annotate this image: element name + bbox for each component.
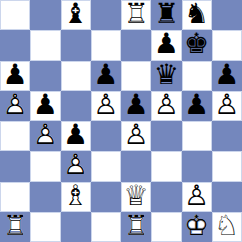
piece-black-pawn[interactable]: ♟ xyxy=(121,91,151,121)
piece-black-pawn[interactable]: ♟ xyxy=(0,61,30,91)
piece-white-rook[interactable]: ♜♖ xyxy=(121,0,151,30)
piece-white-pawn[interactable]: ♟♙ xyxy=(91,91,121,121)
piece-glyph-solid: ♛ xyxy=(154,61,179,89)
piece-white-pawn[interactable]: ♟♙ xyxy=(61,151,91,181)
square-h8[interactable] xyxy=(212,0,242,30)
piece-glyph-outline: ♙ xyxy=(33,122,58,150)
piece-black-pawn[interactable]: ♟ xyxy=(30,91,60,121)
square-c7[interactable] xyxy=(61,30,91,60)
piece-glyph-outline: ♙ xyxy=(124,122,149,150)
piece-white-pawn[interactable]: ♟♙ xyxy=(151,91,181,121)
square-g6[interactable] xyxy=(182,61,212,91)
piece-glyph-outline: ♙ xyxy=(63,152,88,180)
piece-white-knight[interactable]: ♞♘ xyxy=(212,212,242,242)
piece-glyph-outline: ♖ xyxy=(124,1,149,29)
piece-glyph-solid: ♝ xyxy=(63,1,88,29)
chess-board: ♝♜♖♜♞♟♚♟♟♛♟♟♙♟♟♙♟♟♙♟♟♙♟♙♟♟♙♟♙♝♗♛♕♟♙♜♖♜♖♚… xyxy=(0,0,242,242)
square-h2[interactable] xyxy=(212,182,242,212)
square-e7[interactable] xyxy=(121,30,151,60)
square-c1[interactable] xyxy=(61,212,91,242)
piece-glyph-solid: ♟ xyxy=(214,61,239,89)
piece-glyph-outline: ♖ xyxy=(3,212,28,240)
square-c5[interactable] xyxy=(61,91,91,121)
square-a3[interactable] xyxy=(0,151,30,181)
piece-glyph-outline: ♖ xyxy=(124,212,149,240)
piece-white-pawn[interactable]: ♟♙ xyxy=(182,182,212,212)
square-c6[interactable] xyxy=(61,61,91,91)
square-b3[interactable] xyxy=(30,151,60,181)
square-h3[interactable] xyxy=(212,151,242,181)
square-d5[interactable]: ♟♙ xyxy=(91,91,121,121)
piece-white-rook[interactable]: ♜♖ xyxy=(121,212,151,242)
piece-white-pawn[interactable]: ♟♙ xyxy=(30,121,60,151)
piece-white-bishop[interactable]: ♝♗ xyxy=(61,182,91,212)
piece-white-pawn[interactable]: ♟♙ xyxy=(0,91,30,121)
square-a5[interactable]: ♟♙ xyxy=(0,91,30,121)
piece-glyph-solid: ♚ xyxy=(184,31,209,59)
piece-glyph-outline: ♗ xyxy=(63,182,88,210)
piece-white-pawn[interactable]: ♟♙ xyxy=(212,91,242,121)
square-d2[interactable] xyxy=(91,182,121,212)
square-d7[interactable] xyxy=(91,30,121,60)
piece-glyph-outline: ♕ xyxy=(124,182,149,210)
square-b8[interactable] xyxy=(30,0,60,30)
square-e3[interactable] xyxy=(121,151,151,181)
square-e5[interactable]: ♟ xyxy=(121,91,151,121)
piece-glyph-solid: ♟ xyxy=(154,31,179,59)
square-f2[interactable] xyxy=(151,182,181,212)
square-f1[interactable] xyxy=(151,212,181,242)
square-g4[interactable] xyxy=(182,121,212,151)
piece-white-rook[interactable]: ♜♖ xyxy=(0,212,30,242)
piece-black-bishop[interactable]: ♝ xyxy=(61,0,91,30)
square-g7[interactable]: ♚ xyxy=(182,30,212,60)
square-c2[interactable]: ♝♗ xyxy=(61,182,91,212)
piece-black-pawn[interactable]: ♟ xyxy=(91,61,121,91)
square-f7[interactable]: ♟ xyxy=(151,30,181,60)
square-h6[interactable]: ♟ xyxy=(212,61,242,91)
square-g8[interactable]: ♞ xyxy=(182,0,212,30)
piece-white-king[interactable]: ♚♔ xyxy=(182,212,212,242)
square-e8[interactable]: ♜♖ xyxy=(121,0,151,30)
square-a2[interactable] xyxy=(0,182,30,212)
piece-black-pawn[interactable]: ♟ xyxy=(61,121,91,151)
square-f5[interactable]: ♟♙ xyxy=(151,91,181,121)
piece-glyph-outline: ♙ xyxy=(154,91,179,119)
square-f3[interactable] xyxy=(151,151,181,181)
square-h7[interactable] xyxy=(212,30,242,60)
square-f4[interactable] xyxy=(151,121,181,151)
square-d8[interactable] xyxy=(91,0,121,30)
square-g2[interactable]: ♟♙ xyxy=(182,182,212,212)
square-c8[interactable]: ♝ xyxy=(61,0,91,30)
piece-white-pawn[interactable]: ♟♙ xyxy=(121,121,151,151)
square-h1[interactable]: ♞♘ xyxy=(212,212,242,242)
piece-glyph-outline: ♙ xyxy=(184,182,209,210)
piece-glyph-solid: ♟ xyxy=(33,91,58,119)
square-g3[interactable] xyxy=(182,151,212,181)
square-d3[interactable] xyxy=(91,151,121,181)
square-e2[interactable]: ♛♕ xyxy=(121,182,151,212)
piece-glyph-solid: ♞ xyxy=(184,1,209,29)
square-h4[interactable] xyxy=(212,121,242,151)
piece-glyph-outline: ♔ xyxy=(184,212,209,240)
piece-black-pawn[interactable]: ♟ xyxy=(212,61,242,91)
square-d6[interactable]: ♟ xyxy=(91,61,121,91)
piece-glyph-solid: ♟ xyxy=(93,61,118,89)
piece-black-pawn[interactable]: ♟ xyxy=(151,30,181,60)
square-f6[interactable]: ♛ xyxy=(151,61,181,91)
piece-glyph-solid: ♟ xyxy=(3,61,28,89)
piece-glyph-outline: ♙ xyxy=(3,91,28,119)
square-b1[interactable] xyxy=(30,212,60,242)
square-g1[interactable]: ♚♔ xyxy=(182,212,212,242)
square-a6[interactable]: ♟ xyxy=(0,61,30,91)
square-a7[interactable] xyxy=(0,30,30,60)
square-e6[interactable] xyxy=(121,61,151,91)
piece-glyph-outline: ♙ xyxy=(93,91,118,119)
square-b7[interactable] xyxy=(30,30,60,60)
piece-black-king[interactable]: ♚ xyxy=(182,30,212,60)
square-h5[interactable]: ♟♙ xyxy=(212,91,242,121)
square-f8[interactable]: ♜ xyxy=(151,0,181,30)
piece-black-rook[interactable]: ♜ xyxy=(151,0,181,30)
square-b2[interactable] xyxy=(30,182,60,212)
piece-glyph-solid: ♟ xyxy=(63,122,88,150)
piece-glyph-outline: ♘ xyxy=(214,212,239,240)
square-a4[interactable] xyxy=(0,121,30,151)
square-c4[interactable]: ♟ xyxy=(61,121,91,151)
square-d4[interactable] xyxy=(91,121,121,151)
square-e1[interactable]: ♜♖ xyxy=(121,212,151,242)
square-e4[interactable]: ♟♙ xyxy=(121,121,151,151)
square-b4[interactable]: ♟♙ xyxy=(30,121,60,151)
piece-black-queen[interactable]: ♛ xyxy=(151,61,181,91)
piece-glyph-outline: ♙ xyxy=(214,91,239,119)
square-b6[interactable] xyxy=(30,61,60,91)
square-a1[interactable]: ♜♖ xyxy=(0,212,30,242)
piece-white-queen[interactable]: ♛♕ xyxy=(121,182,151,212)
piece-glyph-solid: ♟ xyxy=(124,91,149,119)
piece-glyph-solid: ♜ xyxy=(154,1,179,29)
square-d1[interactable] xyxy=(91,212,121,242)
square-c3[interactable]: ♟♙ xyxy=(61,151,91,181)
square-a8[interactable] xyxy=(0,0,30,30)
piece-black-pawn[interactable]: ♟ xyxy=(182,91,212,121)
square-g5[interactable]: ♟ xyxy=(182,91,212,121)
piece-black-knight[interactable]: ♞ xyxy=(182,0,212,30)
piece-glyph-solid: ♟ xyxy=(184,91,209,119)
square-b5[interactable]: ♟ xyxy=(30,91,60,121)
